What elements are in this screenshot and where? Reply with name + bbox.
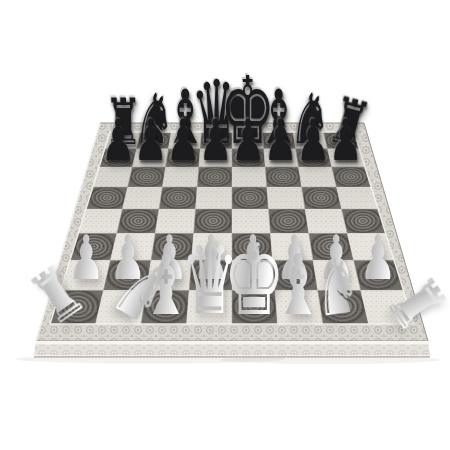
photo-scene: ♜♞♝♛♚♝♞♜♟♟♟♟♟♟♟♟♟♟♟♟♟♟♟♟♜♞♝♛♚♝♞♜ (0, 0, 450, 450)
black-pawn-h7[interactable]: ♟ (286, 113, 406, 170)
